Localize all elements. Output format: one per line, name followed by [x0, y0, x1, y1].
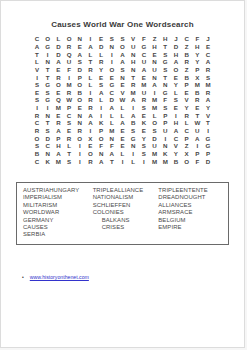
- grid-cell: I: [106, 58, 117, 66]
- grid-cell: E: [74, 43, 85, 51]
- grid-cell: U: [139, 58, 150, 66]
- grid-cell: R: [85, 96, 96, 104]
- grid-cell: G: [42, 81, 53, 89]
- grid-cell: F: [64, 66, 75, 74]
- grid-cell: C: [203, 50, 214, 58]
- grid-cell: N: [149, 58, 160, 66]
- grid-cell: U: [64, 58, 75, 66]
- grid-cell: W: [64, 96, 75, 104]
- grid-cell: D: [106, 96, 117, 104]
- grid-cell: C: [181, 35, 192, 43]
- grid-cell: K: [42, 157, 53, 165]
- grid-cell: G: [139, 43, 150, 51]
- grid-cell: E: [139, 111, 150, 119]
- grid-cell: J: [203, 35, 214, 43]
- grid-cell: N: [160, 81, 171, 89]
- grid-cell: I: [85, 88, 96, 96]
- grid-cell: N: [128, 50, 139, 58]
- grid-cell: A: [128, 111, 139, 119]
- grid-cell: G: [106, 81, 117, 89]
- grid-cell: M: [192, 81, 203, 89]
- grid-cell: Y: [139, 134, 150, 142]
- grid-cell: R: [85, 66, 96, 74]
- grid-cell: H: [53, 142, 64, 150]
- grid-cell: R: [85, 157, 96, 165]
- grid-cell: M: [149, 96, 160, 104]
- grid-cell: S: [42, 88, 53, 96]
- grid-cell: N: [42, 111, 53, 119]
- grid-cell: G: [203, 134, 214, 142]
- grid-cell: I: [42, 104, 53, 112]
- grid-cell: E: [117, 81, 128, 89]
- grid-cell: F: [139, 35, 150, 43]
- grid-cell: L: [117, 150, 128, 158]
- grid-cell: L: [171, 88, 182, 96]
- grid-cell: E: [85, 142, 96, 150]
- grid-cell: S: [42, 127, 53, 135]
- grid-cell: M: [149, 104, 160, 112]
- grid-cell: B: [192, 88, 203, 96]
- grid-cell: N: [42, 150, 53, 158]
- grid-cell: S: [117, 66, 128, 74]
- grid-cell: Z: [181, 142, 192, 150]
- grid-cell: F: [160, 96, 171, 104]
- word-list-item: TRIPLEENTENTE: [158, 187, 228, 194]
- grid-cell: S: [106, 35, 117, 43]
- grid-cell: K: [96, 119, 107, 127]
- grid-cell: S: [139, 104, 150, 112]
- grid-cell: A: [96, 88, 107, 96]
- grid-cell: R: [128, 81, 139, 89]
- grid-cell: Y: [192, 50, 203, 58]
- grid-cell: T: [32, 50, 43, 58]
- grid-cell: O: [106, 66, 117, 74]
- word-list-item: EMPIRE: [158, 224, 228, 231]
- word-list-item: BALKANS: [93, 217, 159, 224]
- grid-cell: E: [171, 104, 182, 112]
- grid-cell: G: [128, 134, 139, 142]
- grid-cell: R: [64, 88, 75, 96]
- grid-cell: J: [171, 35, 182, 43]
- grid-cell: E: [96, 35, 107, 43]
- grid-cell: V: [117, 88, 128, 96]
- grid-cell: B: [171, 157, 182, 165]
- grid-cell: S: [117, 35, 128, 43]
- grid-cell: I: [117, 157, 128, 165]
- grid-cell: O: [181, 157, 192, 165]
- bullet-icon: •: [22, 274, 24, 280]
- grid-cell: A: [53, 58, 64, 66]
- grid-cell: L: [96, 50, 107, 58]
- grid-cell: Y: [96, 66, 107, 74]
- grid-cell: I: [74, 150, 85, 158]
- grid-cell: T: [42, 119, 53, 127]
- grid-cell: N: [149, 73, 160, 81]
- grid-cell: N: [106, 43, 117, 51]
- grid-cell: C: [139, 50, 150, 58]
- grid-cell: P: [192, 150, 203, 158]
- grid-cell: Y: [192, 58, 203, 66]
- grid-cell: I: [96, 104, 107, 112]
- grid-cell: O: [53, 81, 64, 89]
- grid-cell: D: [74, 66, 85, 74]
- grid-cell: T: [203, 119, 214, 127]
- grid-cell: E: [117, 142, 128, 150]
- grid-cell: P: [160, 119, 171, 127]
- grid-cell: E: [64, 127, 75, 135]
- grid-cell: C: [42, 142, 53, 150]
- website-link[interactable]: www.historyonthenet.com: [30, 274, 89, 280]
- grid-cell: R: [192, 96, 203, 104]
- grid-cell: D: [42, 134, 53, 142]
- grid-cell: M: [53, 157, 64, 165]
- grid-cell: P: [203, 150, 214, 158]
- grid-cell: S: [139, 142, 150, 150]
- grid-cell: U: [160, 127, 171, 135]
- grid-cell: H: [160, 35, 171, 43]
- grid-cell: N: [74, 35, 85, 43]
- grid-cell: X: [192, 73, 203, 81]
- grid-cell: C: [171, 134, 182, 142]
- word-list-item: BELGIUM: [158, 217, 228, 224]
- grid-cell: M: [106, 127, 117, 135]
- grid-cell: T: [160, 73, 171, 81]
- grid-cell: V: [171, 142, 182, 150]
- grid-cell: V: [32, 66, 43, 74]
- grid-cell: C: [181, 127, 192, 135]
- grid-cell: Y: [203, 104, 214, 112]
- grid-cell: N: [106, 134, 117, 142]
- grid-cell: L: [85, 81, 96, 89]
- grid-cell: B: [181, 50, 192, 58]
- grid-cell: A: [53, 150, 64, 158]
- grid-cell: L: [106, 119, 117, 127]
- grid-cell: L: [64, 142, 75, 150]
- grid-cell: O: [32, 134, 43, 142]
- grid-cell: N: [96, 150, 107, 158]
- grid-cell: Q: [53, 96, 64, 104]
- grid-cell: S: [128, 127, 139, 135]
- grid-cell: O: [74, 81, 85, 89]
- grid-cell: R: [32, 111, 43, 119]
- grid-cell: N: [128, 142, 139, 150]
- grid-cell: G: [42, 43, 53, 51]
- grid-cell: E: [53, 66, 64, 74]
- grid-cell: T: [64, 150, 75, 158]
- grid-cell: E: [149, 50, 160, 58]
- grid-cell: E: [32, 88, 43, 96]
- grid-cell: E: [139, 73, 150, 81]
- grid-cell: L: [117, 111, 128, 119]
- grid-cell: D: [53, 43, 64, 51]
- grid-cell: S: [171, 96, 182, 104]
- grid-cell: S: [139, 150, 150, 158]
- grid-cell: U: [149, 142, 160, 150]
- grid-cell: F: [192, 35, 203, 43]
- grid-cell: E: [203, 43, 214, 51]
- grid-cell: S: [64, 119, 75, 127]
- grid-cell: A: [117, 50, 128, 58]
- grid-cell: I: [139, 157, 150, 165]
- grid-cell: P: [160, 111, 171, 119]
- grid-cell: R: [96, 58, 107, 66]
- grid-cell: A: [192, 134, 203, 142]
- grid-cell: A: [53, 127, 64, 135]
- grid-cell: R: [32, 127, 43, 135]
- grid-cell: I: [171, 111, 182, 119]
- grid-cell: E: [117, 134, 128, 142]
- grid-cell: M: [53, 104, 64, 112]
- grid-cell: I: [128, 150, 139, 158]
- grid-cell: U: [128, 43, 139, 51]
- grid-cell: S: [96, 81, 107, 89]
- grid-cell: E: [106, 73, 117, 81]
- grid-cell: A: [117, 119, 128, 127]
- grid-cell: R: [64, 43, 75, 51]
- grid-cell: E: [171, 73, 182, 81]
- grid-cell: E: [53, 111, 64, 119]
- grid-cell: S: [32, 96, 43, 104]
- grid-cell: A: [117, 58, 128, 66]
- grid-cell: O: [96, 134, 107, 142]
- grid-cell: R: [53, 119, 64, 127]
- word-list-item: MILITARISM: [23, 202, 93, 209]
- grid-cell: S: [74, 58, 85, 66]
- grid-cell: H: [171, 119, 182, 127]
- grid-cell: R: [203, 66, 214, 74]
- worksheet-page: Causes World War One Wordsearch COLONIES…: [0, 0, 245, 348]
- grid-cell: I: [64, 73, 75, 81]
- word-list-column: AUSTRIAHUNGARYIMPERIALISMMILITARISMWORLD…: [23, 187, 93, 239]
- grid-cell: A: [106, 150, 117, 158]
- grid-cell: A: [171, 58, 182, 66]
- grid-cell: V: [128, 35, 139, 43]
- grid-cell: L: [128, 157, 139, 165]
- grid-cell: H: [171, 50, 182, 58]
- grid-cell: I: [32, 104, 43, 112]
- grid-cell: S: [203, 73, 214, 81]
- word-list-column: TRIPLEENTENTEDREADNOUGHTALLIANCESARMSRAC…: [158, 187, 228, 239]
- grid-cell: L: [32, 58, 43, 66]
- grid-cell: E: [192, 104, 203, 112]
- grid-cell: T: [160, 43, 171, 51]
- grid-cell: G: [203, 142, 214, 150]
- grid-cell: N: [117, 73, 128, 81]
- grid-cell: R: [74, 127, 85, 135]
- grid-cell: K: [139, 119, 150, 127]
- grid-cell: E: [74, 104, 85, 112]
- grid-cell: Y: [171, 150, 182, 158]
- grid-cell: A: [171, 127, 182, 135]
- grid-cell: D: [203, 157, 214, 165]
- grid-cell: N: [160, 142, 171, 150]
- grid-cell: R: [181, 58, 192, 66]
- grid-cell: M: [149, 157, 160, 165]
- wordsearch-grid: COLONIESSVFZHJCFJAGDREADNOUGHTDZHETIDQAL…: [1, 35, 244, 165]
- grid-cell: E: [139, 127, 150, 135]
- grid-cell: A: [106, 104, 117, 112]
- grid-cell: H: [149, 43, 160, 51]
- grid-cell: I: [160, 134, 171, 142]
- grid-cell: I: [128, 104, 139, 112]
- word-list-item: GERMANY: [23, 217, 93, 224]
- word-list-item: ARMSRACE: [158, 209, 228, 216]
- grid-cell: I: [42, 50, 53, 58]
- grid-cell: B: [128, 119, 139, 127]
- grid-cell: S: [64, 157, 75, 165]
- grid-cell: I: [192, 142, 203, 150]
- grid-cell: I: [74, 157, 85, 165]
- grid-cell: M: [149, 150, 160, 158]
- grid-cell: A: [85, 111, 96, 119]
- grid-cell: I: [85, 35, 96, 43]
- grid-cell: Z: [181, 43, 192, 51]
- grid-cell: A: [85, 43, 96, 51]
- word-list-item: COLONIES: [93, 209, 159, 216]
- grid-cell: O: [85, 150, 96, 158]
- grid-cell: K: [160, 150, 171, 158]
- grid-cell: G: [160, 58, 171, 66]
- grid-cell: L: [181, 119, 192, 127]
- word-list-item: CAUSES: [23, 224, 93, 231]
- grid-cell: T: [42, 73, 53, 81]
- grid-cell: V: [181, 96, 192, 104]
- grid-cell: R: [64, 134, 75, 142]
- grid-cell: A: [149, 81, 160, 89]
- grid-cell: Y: [181, 104, 192, 112]
- grid-cell: R: [85, 104, 96, 112]
- grid-cell: D: [53, 50, 64, 58]
- puzzle-title: Causes World War One Wordsearch: [1, 20, 244, 29]
- grid-cell: X: [85, 134, 96, 142]
- grid-cell: G: [160, 88, 171, 96]
- grid-cell: W: [192, 119, 203, 127]
- grid-cell: O: [117, 43, 128, 51]
- grid-cell: D: [149, 134, 160, 142]
- grid-cell: A: [85, 119, 96, 127]
- grid-cell: S: [160, 104, 171, 112]
- grid-cell: M: [128, 88, 139, 96]
- grid-cell: M: [64, 81, 75, 89]
- grid-cell: Q: [64, 50, 75, 58]
- grid-cell: H: [128, 58, 139, 66]
- word-list-item: TRIPLEALLIANCE: [93, 187, 159, 194]
- grid-cell: P: [181, 134, 192, 142]
- grid-cell: Z: [181, 66, 192, 74]
- grid-cell: P: [192, 66, 203, 74]
- grid-cell: S: [32, 81, 43, 89]
- grid-cell: W: [117, 96, 128, 104]
- grid-cell: L: [53, 35, 64, 43]
- grid-cell: E: [181, 88, 192, 96]
- grid-cell: E: [117, 127, 128, 135]
- grid-cell: E: [53, 88, 64, 96]
- grid-cell: L: [96, 96, 107, 104]
- word-list-item: WORLDWAR: [23, 209, 93, 216]
- grid-cell: S: [160, 50, 171, 58]
- grid-cell: H: [192, 43, 203, 51]
- grid-cell: X: [181, 150, 192, 158]
- grid-cell: I: [149, 88, 160, 96]
- grid-cell: G: [42, 96, 53, 104]
- grid-cell: L: [106, 111, 117, 119]
- grid-cell: O: [64, 35, 75, 43]
- grid-cell: L: [149, 111, 160, 119]
- grid-cell: O: [42, 35, 53, 43]
- grid-cell: Y: [171, 81, 182, 89]
- grid-cell: L: [85, 73, 96, 81]
- grid-cell: U: [149, 66, 160, 74]
- grid-cell: C: [32, 35, 43, 43]
- grid-cell: C: [106, 88, 117, 96]
- grid-cell: L: [117, 104, 128, 112]
- grid-cell: A: [128, 96, 139, 104]
- grid-cell: R: [181, 111, 192, 119]
- grid-cell: P: [64, 104, 75, 112]
- grid-cell: S: [149, 127, 160, 135]
- grid-cell: T: [192, 111, 203, 119]
- grid-cell: B: [74, 88, 85, 96]
- grid-cell: M: [139, 81, 150, 89]
- grid-cell: T: [106, 157, 117, 165]
- grid-cell: N: [128, 66, 139, 74]
- grid-cell: V: [203, 111, 214, 119]
- grid-cell: S: [32, 142, 43, 150]
- grid-cell: O: [171, 66, 182, 74]
- word-list-column: TRIPLEALLIANCENATIONALISMSCHLIEFFENCOLON…: [93, 187, 159, 239]
- grid-cell: F: [192, 157, 203, 165]
- grid-cell: D: [96, 43, 107, 51]
- grid-cell: U: [192, 127, 203, 135]
- grid-cell: P: [74, 73, 85, 81]
- grid-cell: M: [203, 81, 214, 89]
- grid-cell: I: [32, 73, 43, 81]
- word-list-item: AUSTRIAHUNGARY: [23, 187, 93, 194]
- grid-cell: O: [149, 119, 160, 127]
- grid-cell: T: [42, 66, 53, 74]
- word-list-item: SERBIA: [23, 231, 93, 238]
- grid-cell: M: [160, 157, 171, 165]
- grid-cell: T: [128, 73, 139, 81]
- grid-cell: I: [85, 127, 96, 135]
- grid-cell: C: [64, 111, 75, 119]
- grid-cell: L: [85, 50, 96, 58]
- grid-cell: N: [42, 58, 53, 66]
- grid-cell: Z: [149, 35, 160, 43]
- grid-cell: F: [106, 142, 117, 150]
- word-list-item: DREADNOUGHT: [158, 194, 228, 201]
- grid-cell: B: [181, 73, 192, 81]
- word-list-item: IMPERIALISM: [23, 194, 93, 201]
- word-list-item: SCHLIEFFEN: [93, 202, 159, 209]
- grid-cell: O: [74, 134, 85, 142]
- grid-cell: C: [32, 119, 43, 127]
- grid-cell: N: [74, 119, 85, 127]
- grid-cell: A: [96, 157, 107, 165]
- word-list-item: ALLIANCES: [158, 202, 228, 209]
- grid-cell: F: [96, 142, 107, 150]
- word-list-item: CRISES: [93, 224, 159, 231]
- word-list-item: NATIONALISM: [93, 194, 159, 201]
- grid-cell: R: [203, 88, 214, 96]
- grid-cell: P: [181, 81, 192, 89]
- grid-cell: A: [203, 58, 214, 66]
- grid-cell: D: [171, 43, 182, 51]
- grid-cell: T: [85, 58, 96, 66]
- grid-cell: P: [96, 127, 107, 135]
- grid-cell: I: [96, 111, 107, 119]
- grid-cell: I: [74, 142, 85, 150]
